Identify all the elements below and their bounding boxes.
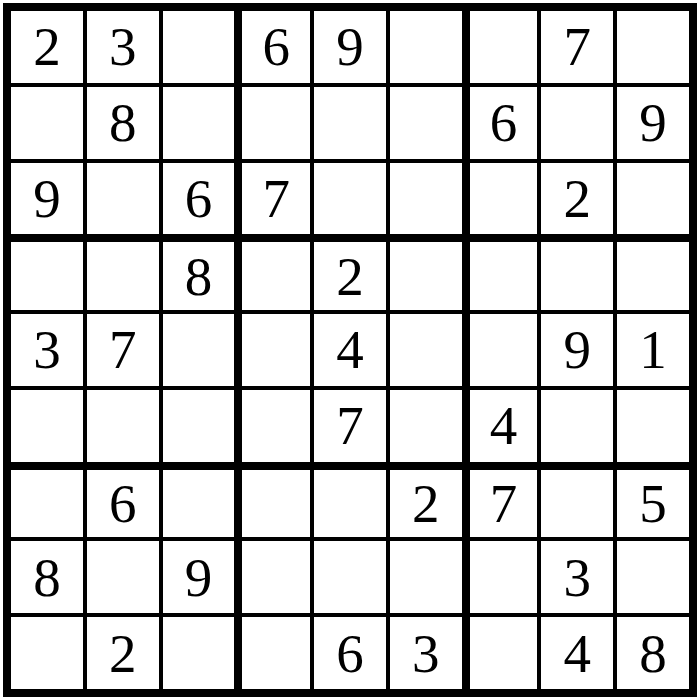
cell-r4c6[interactable]	[390, 238, 462, 310]
cell-r8c7[interactable]	[466, 541, 538, 613]
cell-r2c5[interactable]	[314, 87, 386, 159]
cell-r5c8: 9	[541, 314, 613, 386]
cell-r1c3[interactable]	[163, 11, 235, 83]
cell-r1c8: 7	[541, 11, 613, 83]
cell-r9c3[interactable]	[163, 617, 235, 689]
cell-r6c2[interactable]	[87, 390, 159, 462]
cell-r2c4[interactable]	[238, 87, 310, 159]
cell-r1c7[interactable]	[466, 11, 538, 83]
sudoku-board-margin: 236978699672823749174627589326348	[0, 0, 700, 700]
cell-r9c1[interactable]	[11, 617, 83, 689]
cell-r9c2: 2	[87, 617, 159, 689]
cell-r3c6[interactable]	[390, 163, 462, 235]
cell-r3c9[interactable]	[617, 163, 689, 235]
cell-r2c6[interactable]	[390, 87, 462, 159]
cell-r1c2: 3	[87, 11, 159, 83]
cell-r4c3: 8	[163, 238, 235, 310]
cell-r6c3[interactable]	[163, 390, 235, 462]
cell-r3c2[interactable]	[87, 163, 159, 235]
cell-r3c8: 2	[541, 163, 613, 235]
cell-r2c1[interactable]	[11, 87, 83, 159]
cell-r7c5[interactable]	[314, 466, 386, 538]
cell-r7c2: 6	[87, 466, 159, 538]
cell-r6c8[interactable]	[541, 390, 613, 462]
cell-r6c4[interactable]	[238, 390, 310, 462]
cell-r9c9: 8	[617, 617, 689, 689]
cell-r8c9[interactable]	[617, 541, 689, 613]
cell-r1c9[interactable]	[617, 11, 689, 83]
cell-r9c7[interactable]	[466, 617, 538, 689]
cell-r5c3[interactable]	[163, 314, 235, 386]
cell-r6c7: 4	[466, 390, 538, 462]
cell-r9c4[interactable]	[238, 617, 310, 689]
cell-r4c2[interactable]	[87, 238, 159, 310]
cell-r9c5: 6	[314, 617, 386, 689]
cell-r4c5: 2	[314, 238, 386, 310]
cell-r8c8: 3	[541, 541, 613, 613]
cell-r7c7: 7	[466, 466, 538, 538]
cell-r3c1: 9	[11, 163, 83, 235]
cell-r7c6: 2	[390, 466, 462, 538]
cell-r2c3[interactable]	[163, 87, 235, 159]
cell-r6c9[interactable]	[617, 390, 689, 462]
cell-r1c6[interactable]	[390, 11, 462, 83]
cell-r5c4[interactable]	[238, 314, 310, 386]
cell-r3c5[interactable]	[314, 163, 386, 235]
cell-r8c2[interactable]	[87, 541, 159, 613]
cell-r3c4: 7	[238, 163, 310, 235]
cell-r4c9[interactable]	[617, 238, 689, 310]
cell-r6c6[interactable]	[390, 390, 462, 462]
cell-r2c8[interactable]	[541, 87, 613, 159]
cell-r4c8[interactable]	[541, 238, 613, 310]
cell-r3c3: 6	[163, 163, 235, 235]
cell-r4c7[interactable]	[466, 238, 538, 310]
cell-r5c7[interactable]	[466, 314, 538, 386]
cell-r6c1[interactable]	[11, 390, 83, 462]
cell-r1c1: 2	[11, 11, 83, 83]
cell-r2c2: 8	[87, 87, 159, 159]
cell-r7c4[interactable]	[238, 466, 310, 538]
cell-r8c3: 9	[163, 541, 235, 613]
cell-r5c1: 3	[11, 314, 83, 386]
cell-r8c5[interactable]	[314, 541, 386, 613]
cell-r8c4[interactable]	[238, 541, 310, 613]
cell-r2c9: 9	[617, 87, 689, 159]
cell-r7c3[interactable]	[163, 466, 235, 538]
cell-r3c7[interactable]	[466, 163, 538, 235]
cell-r7c9: 5	[617, 466, 689, 538]
cell-r5c6[interactable]	[390, 314, 462, 386]
cell-r7c8[interactable]	[541, 466, 613, 538]
cell-r5c9: 1	[617, 314, 689, 386]
cell-r5c5: 4	[314, 314, 386, 386]
cell-r1c4: 6	[238, 11, 310, 83]
cell-r8c6[interactable]	[390, 541, 462, 613]
cell-r6c5: 7	[314, 390, 386, 462]
cell-r2c7: 6	[466, 87, 538, 159]
cell-r1c5: 9	[314, 11, 386, 83]
cell-r4c4[interactable]	[238, 238, 310, 310]
cell-r9c6: 3	[390, 617, 462, 689]
cell-r4c1[interactable]	[11, 238, 83, 310]
cell-r7c1[interactable]	[11, 466, 83, 538]
cell-r8c1: 8	[11, 541, 83, 613]
cell-r9c8: 4	[541, 617, 613, 689]
sudoku-board: 236978699672823749174627589326348	[3, 3, 697, 697]
cell-r5c2: 7	[87, 314, 159, 386]
